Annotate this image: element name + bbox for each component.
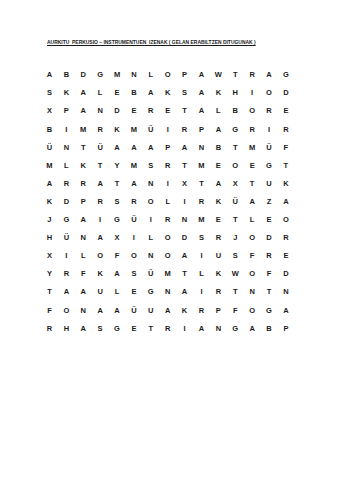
grid-cell: T	[176, 102, 193, 120]
grid-cell: I	[193, 283, 210, 301]
grid-cell: F	[261, 265, 278, 283]
grid-cell: S	[176, 84, 193, 102]
grid-cell: A	[92, 229, 109, 247]
grid-cell: N	[159, 283, 176, 301]
grid-cell: U	[210, 247, 227, 265]
grid-cell: M	[244, 138, 261, 156]
grid-cell: S	[142, 156, 159, 174]
grid-cell: I	[125, 229, 142, 247]
grid-cell: L	[142, 229, 159, 247]
grid-cell: G	[58, 211, 75, 229]
grid-cell: R	[58, 175, 75, 193]
grid-cell: K	[75, 156, 92, 174]
grid-cell: O	[244, 265, 261, 283]
grid-cell: S	[41, 84, 58, 102]
grid-cell: H	[58, 319, 75, 337]
grid-cell: R	[244, 120, 261, 138]
grid-cell: R	[41, 319, 58, 337]
grid-cell: L	[193, 265, 210, 283]
grid-cell: A	[41, 175, 58, 193]
grid-cell: S	[227, 247, 244, 265]
grid-cell: A	[41, 66, 58, 84]
grid-cell: E	[125, 283, 142, 301]
grid-cell: L	[142, 66, 159, 84]
grid-cell: K	[210, 193, 227, 211]
grid-cell: M	[125, 156, 142, 174]
grid-cell: P	[193, 120, 210, 138]
grid-cell: G	[92, 66, 109, 84]
grid-cell: W	[227, 265, 244, 283]
grid-cell: R	[244, 66, 261, 84]
puzzle-title: AURKITU PERKUSIO – INSTRUMENTUEN IZENAK …	[47, 38, 256, 45]
grid-cell: G	[109, 211, 126, 229]
grid-cell: Ü	[125, 211, 142, 229]
worksheet-page: AURKITU PERKUSIO – INSTRUMENTUEN IZENAK …	[0, 0, 340, 480]
grid-cell: A	[75, 102, 92, 120]
grid-cell: A	[210, 120, 227, 138]
grid-cell: P	[210, 301, 227, 319]
grid-cell: E	[210, 156, 227, 174]
grid-cell: T	[277, 156, 294, 174]
grid-cell: D	[176, 229, 193, 247]
grid-cell: N	[75, 301, 92, 319]
grid-cell: T	[227, 66, 244, 84]
grid-cell: M	[193, 156, 210, 174]
grid-cell: J	[41, 211, 58, 229]
grid-cell: E	[277, 247, 294, 265]
grid-cell: X	[109, 229, 126, 247]
grid-cell: O	[159, 66, 176, 84]
grid-cell: D	[109, 102, 126, 120]
grid-cell: A	[125, 138, 142, 156]
grid-cell: M	[125, 120, 142, 138]
grid-cell: R	[193, 301, 210, 319]
grid-cell: Ü	[142, 265, 159, 283]
grid-cell: D	[58, 193, 75, 211]
grid-cell: A	[244, 193, 261, 211]
grid-cell: H	[41, 229, 58, 247]
grid-cell: Ü	[261, 138, 278, 156]
grid-cell: N	[142, 247, 159, 265]
grid-cell: E	[261, 211, 278, 229]
grid-cell: O	[227, 156, 244, 174]
grid-cell: N	[244, 283, 261, 301]
grid-cell: L	[58, 156, 75, 174]
grid-cell: D	[261, 229, 278, 247]
grid-cell: E	[277, 102, 294, 120]
grid-cell: Ü	[92, 138, 109, 156]
grid-cell: R	[277, 120, 294, 138]
grid-cell: R	[176, 120, 193, 138]
grid-cell: T	[142, 319, 159, 337]
grid-cell: B	[41, 120, 58, 138]
grid-cell: K	[210, 84, 227, 102]
grid-cell: B	[58, 66, 75, 84]
grid-cell: R	[261, 102, 278, 120]
grid-cell: N	[75, 229, 92, 247]
grid-cell: I	[261, 120, 278, 138]
grid-cell: T	[193, 175, 210, 193]
grid-cell: G	[227, 319, 244, 337]
grid-cell: A	[92, 301, 109, 319]
grid-cell: N	[176, 211, 193, 229]
grid-cell: Ü	[58, 229, 75, 247]
grid-cell: L	[210, 102, 227, 120]
grid-cell: E	[210, 211, 227, 229]
grid-cell: R	[92, 193, 109, 211]
grid-cell: B	[227, 102, 244, 120]
grid-cell: A	[75, 283, 92, 301]
grid-cell: S	[109, 193, 126, 211]
grid-cell: H	[227, 84, 244, 102]
grid-cell: R	[210, 283, 227, 301]
grid-cell: L	[109, 283, 126, 301]
grid-cell: Ü	[125, 301, 142, 319]
grid-cell: A	[277, 193, 294, 211]
grid-cell: O	[125, 247, 142, 265]
grid-cell: D	[277, 84, 294, 102]
grid-cell: L	[159, 193, 176, 211]
grid-cell: N	[277, 283, 294, 301]
grid-cell: P	[176, 66, 193, 84]
grid-cell: Y	[109, 156, 126, 174]
grid-cell: A	[142, 138, 159, 156]
grid-cell: O	[244, 301, 261, 319]
grid-cell: K	[159, 84, 176, 102]
grid-cell: A	[125, 175, 142, 193]
grid-cell: A	[244, 319, 261, 337]
grid-cell: X	[176, 175, 193, 193]
grid-cell: E	[125, 319, 142, 337]
grid-cell: A	[176, 247, 193, 265]
grid-cell: A	[193, 102, 210, 120]
grid-cell: R	[277, 229, 294, 247]
grid-cell: B	[210, 138, 227, 156]
grid-cell: R	[193, 193, 210, 211]
grid-cell: O	[244, 229, 261, 247]
grid-cell: A	[75, 211, 92, 229]
grid-cell: T	[227, 211, 244, 229]
grid-cell: E	[109, 84, 126, 102]
grid-cell: O	[277, 211, 294, 229]
grid-cell: R	[159, 211, 176, 229]
grid-cell: E	[244, 156, 261, 174]
grid-cell: A	[193, 66, 210, 84]
grid-cell: M	[41, 156, 58, 174]
grid-cell: W	[210, 66, 227, 84]
grid-cell: A	[193, 84, 210, 102]
grid-cell: A	[109, 265, 126, 283]
grid-cell: B	[261, 319, 278, 337]
grid-cell: O	[58, 301, 75, 319]
grid-cell: N	[58, 138, 75, 156]
grid-cell: T	[227, 138, 244, 156]
grid-cell: A	[210, 175, 227, 193]
grid-cell: P	[277, 319, 294, 337]
grid-cell: D	[75, 66, 92, 84]
grid-cell: A	[176, 283, 193, 301]
grid-cell: U	[261, 175, 278, 193]
grid-cell: T	[244, 175, 261, 193]
grid-cell: A	[277, 301, 294, 319]
grid-cell: Ü	[227, 193, 244, 211]
grid-cell: E	[125, 102, 142, 120]
grid-cell: N	[142, 175, 159, 193]
grid-cell: R	[142, 102, 159, 120]
grid-cell: F	[75, 265, 92, 283]
grid-cell: R	[261, 247, 278, 265]
grid-cell: G	[142, 283, 159, 301]
grid-cell: S	[92, 319, 109, 337]
grid-cell: G	[109, 319, 126, 337]
grid-cell: K	[176, 301, 193, 319]
grid-cell: U	[142, 301, 159, 319]
grid-cell: I	[159, 120, 176, 138]
grid-cell: O	[261, 84, 278, 102]
grid-cell: I	[193, 247, 210, 265]
grid-cell: T	[41, 283, 58, 301]
grid-cell: R	[92, 120, 109, 138]
grid-cell: X	[227, 175, 244, 193]
grid-cell: Ü	[41, 138, 58, 156]
grid-cell: M	[193, 211, 210, 229]
grid-cell: O	[92, 247, 109, 265]
word-search-grid: ABDGMNLOPAWTRAGSKALEBAKSAKHIODXPANDERETA…	[41, 66, 294, 337]
grid-cell: D	[277, 265, 294, 283]
grid-cell: L	[92, 84, 109, 102]
grid-cell: T	[227, 283, 244, 301]
grid-cell: G	[227, 120, 244, 138]
grid-cell: K	[109, 120, 126, 138]
grid-cell: I	[244, 84, 261, 102]
grid-cell: L	[244, 211, 261, 229]
grid-cell: S	[125, 265, 142, 283]
grid-cell: R	[125, 193, 142, 211]
grid-cell: A	[159, 301, 176, 319]
grid-cell: I	[142, 211, 159, 229]
grid-cell: F	[109, 247, 126, 265]
grid-cell: Y	[41, 265, 58, 283]
grid-cell: P	[58, 102, 75, 120]
grid-cell: T	[176, 156, 193, 174]
grid-cell: K	[41, 193, 58, 211]
grid-cell: I	[58, 120, 75, 138]
grid-cell: O	[244, 102, 261, 120]
grid-cell: I	[159, 175, 176, 193]
grid-cell: O	[159, 247, 176, 265]
grid-cell: O	[159, 229, 176, 247]
grid-cell: K	[210, 265, 227, 283]
grid-cell: I	[176, 193, 193, 211]
grid-cell: A	[75, 319, 92, 337]
grid-cell: N	[210, 319, 227, 337]
grid-cell: F	[277, 138, 294, 156]
grid-cell: A	[109, 138, 126, 156]
grid-cell: G	[261, 301, 278, 319]
grid-cell: A	[176, 138, 193, 156]
grid-cell: Z	[261, 193, 278, 211]
grid-cell: P	[159, 138, 176, 156]
grid-cell: J	[227, 229, 244, 247]
grid-cell: X	[41, 102, 58, 120]
grid-cell: F	[41, 301, 58, 319]
grid-cell: Ü	[142, 120, 159, 138]
grid-cell: A	[58, 283, 75, 301]
grid-cell: S	[193, 229, 210, 247]
grid-cell: X	[41, 247, 58, 265]
grid-cell: K	[58, 84, 75, 102]
grid-cell: A	[193, 319, 210, 337]
grid-cell: R	[159, 156, 176, 174]
grid-cell: E	[159, 102, 176, 120]
grid-cell: P	[75, 193, 92, 211]
grid-cell: A	[142, 84, 159, 102]
grid-cell: L	[75, 247, 92, 265]
grid-cell: N	[193, 138, 210, 156]
grid-cell: O	[142, 193, 159, 211]
grid-cell: G	[277, 66, 294, 84]
grid-cell: A	[109, 301, 126, 319]
grid-cell: R	[58, 265, 75, 283]
grid-cell: K	[92, 265, 109, 283]
grid-cell: R	[159, 319, 176, 337]
grid-cell: I	[176, 319, 193, 337]
grid-cell: A	[92, 175, 109, 193]
grid-cell: N	[92, 102, 109, 120]
grid-cell: I	[92, 211, 109, 229]
grid-cell: N	[125, 66, 142, 84]
grid-cell: M	[159, 265, 176, 283]
grid-cell: M	[75, 120, 92, 138]
grid-cell: I	[58, 247, 75, 265]
grid-cell: B	[125, 84, 142, 102]
grid-cell: K	[277, 175, 294, 193]
grid-cell: T	[75, 138, 92, 156]
grid-cell: M	[109, 66, 126, 84]
grid-cell: R	[75, 175, 92, 193]
grid-cell: T	[176, 265, 193, 283]
grid-cell: F	[244, 247, 261, 265]
grid-cell: U	[92, 283, 109, 301]
grid-cell: T	[109, 175, 126, 193]
grid-cell: G	[261, 156, 278, 174]
grid-cell: F	[227, 301, 244, 319]
grid-cell: T	[92, 156, 109, 174]
grid-cell: A	[261, 66, 278, 84]
grid-cell: T	[261, 283, 278, 301]
grid-cell: R	[210, 229, 227, 247]
grid-cell: A	[75, 84, 92, 102]
